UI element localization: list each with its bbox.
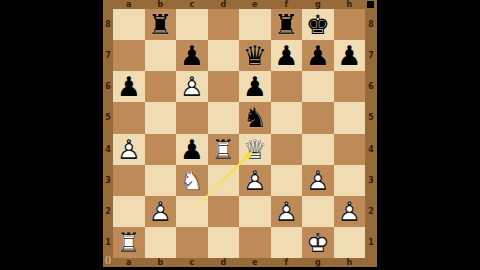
square-b7[interactable] <box>145 40 177 71</box>
file-label-g: g <box>302 258 334 267</box>
square-h3[interactable] <box>334 165 366 196</box>
rank-label-8: 8 <box>365 9 377 40</box>
rank-label-6: 6 <box>365 71 377 102</box>
square-e7[interactable]: ♛ <box>239 40 271 71</box>
file-label-c: c <box>176 258 208 267</box>
square-b6[interactable] <box>145 71 177 102</box>
square-f7[interactable]: ♟ <box>271 40 303 71</box>
square-g4[interactable] <box>302 134 334 165</box>
piece-white-rook: ♖ <box>208 134 240 165</box>
square-f4[interactable] <box>271 134 303 165</box>
rank-label-4: 4 <box>103 134 113 165</box>
piece-white-king: ♔ <box>302 227 334 258</box>
square-c8[interactable] <box>176 9 208 40</box>
rank-label-5: 5 <box>103 102 113 133</box>
square-g5[interactable] <box>302 102 334 133</box>
square-d4[interactable]: ♜♖ <box>208 134 240 165</box>
square-c2[interactable] <box>176 196 208 227</box>
square-b4[interactable] <box>145 134 177 165</box>
square-e8[interactable] <box>239 9 271 40</box>
rank-label-4: 4 <box>365 134 377 165</box>
square-d6[interactable] <box>208 71 240 102</box>
square-a7[interactable] <box>113 40 145 71</box>
file-labels-bottom: abcdefgh <box>113 258 365 267</box>
square-f6[interactable] <box>271 71 303 102</box>
file-label-b: b <box>145 0 177 9</box>
side-to-move-indicator <box>367 1 374 8</box>
square-f3[interactable] <box>271 165 303 196</box>
square-a5[interactable] <box>113 102 145 133</box>
corner-glyph: () <box>105 256 111 266</box>
file-labels-top: abcdefgh <box>113 0 365 9</box>
piece-black-pawn: ♟ <box>239 71 271 102</box>
square-f8[interactable]: ♜ <box>271 9 303 40</box>
square-g7[interactable]: ♟ <box>302 40 334 71</box>
file-label-f: f <box>271 0 303 9</box>
square-e4[interactable]: ♛♕ <box>239 134 271 165</box>
rank-label-7: 7 <box>103 40 113 71</box>
square-b1[interactable] <box>145 227 177 258</box>
piece-black-rook: ♜ <box>145 9 177 40</box>
square-b3[interactable] <box>145 165 177 196</box>
board-squares: ♜♜♚♟♛♟♟♟♟♟♙♟♞♟♙♟♜♖♛♕♞♘♟♙♟♙♟♙♟♙♟♙♜♖♚♔ <box>113 9 365 258</box>
file-label-e: e <box>239 258 271 267</box>
square-c7[interactable]: ♟ <box>176 40 208 71</box>
file-label-h: h <box>334 258 366 267</box>
square-d5[interactable] <box>208 102 240 133</box>
square-e3[interactable]: ♟♙ <box>239 165 271 196</box>
square-a8[interactable] <box>113 9 145 40</box>
file-label-d: d <box>208 0 240 9</box>
square-a2[interactable] <box>113 196 145 227</box>
square-c1[interactable] <box>176 227 208 258</box>
piece-white-rook: ♖ <box>113 227 145 258</box>
file-label-d: d <box>208 258 240 267</box>
piece-black-pawn: ♟ <box>302 40 334 71</box>
rank-label-2: 2 <box>365 196 377 227</box>
square-b2[interactable]: ♟♙ <box>145 196 177 227</box>
piece-white-pawn: ♙ <box>334 196 366 227</box>
piece-white-pawn: ♙ <box>176 71 208 102</box>
square-h7[interactable]: ♟ <box>334 40 366 71</box>
rank-label-1: 1 <box>103 227 113 258</box>
chess-board: abcdefgh abcdefgh 87654321 87654321 ♜♜♚♟… <box>103 0 377 267</box>
rank-label-5: 5 <box>365 102 377 133</box>
square-d8[interactable] <box>208 9 240 40</box>
square-c6[interactable]: ♟♙ <box>176 71 208 102</box>
square-e6[interactable]: ♟ <box>239 71 271 102</box>
rank-labels-right: 87654321 <box>365 9 377 258</box>
rank-label-3: 3 <box>103 165 113 196</box>
piece-black-pawn: ♟ <box>176 40 208 71</box>
square-d7[interactable] <box>208 40 240 71</box>
rank-label-1: 1 <box>365 227 377 258</box>
piece-black-rook: ♜ <box>271 9 303 40</box>
file-label-c: c <box>176 0 208 9</box>
square-h5[interactable] <box>334 102 366 133</box>
square-h4[interactable] <box>334 134 366 165</box>
square-g2[interactable] <box>302 196 334 227</box>
square-h2[interactable]: ♟♙ <box>334 196 366 227</box>
square-h6[interactable] <box>334 71 366 102</box>
square-f2[interactable]: ♟♙ <box>271 196 303 227</box>
square-c3[interactable]: ♞♘ <box>176 165 208 196</box>
rank-label-2: 2 <box>103 196 113 227</box>
rank-label-7: 7 <box>365 40 377 71</box>
rank-label-3: 3 <box>365 165 377 196</box>
piece-black-pawn: ♟ <box>271 40 303 71</box>
square-g8[interactable]: ♚ <box>302 9 334 40</box>
piece-black-king: ♚ <box>302 9 334 40</box>
square-h1[interactable] <box>334 227 366 258</box>
square-e1[interactable] <box>239 227 271 258</box>
square-c4[interactable]: ♟ <box>176 134 208 165</box>
piece-black-queen: ♛ <box>239 40 271 71</box>
square-g3[interactable]: ♟♙ <box>302 165 334 196</box>
rank-labels-left: 87654321 <box>103 9 113 258</box>
piece-black-pawn: ♟ <box>176 134 208 165</box>
piece-white-queen: ♕ <box>239 134 271 165</box>
square-a3[interactable] <box>113 165 145 196</box>
square-h8[interactable] <box>334 9 366 40</box>
piece-black-pawn: ♟ <box>113 71 145 102</box>
square-a1[interactable]: ♜♖ <box>113 227 145 258</box>
piece-white-knight: ♘ <box>176 165 208 196</box>
square-g6[interactable] <box>302 71 334 102</box>
file-label-a: a <box>113 258 145 267</box>
file-label-f: f <box>271 258 303 267</box>
file-label-a: a <box>113 0 145 9</box>
file-label-h: h <box>334 0 366 9</box>
square-c5[interactable] <box>176 102 208 133</box>
file-label-g: g <box>302 0 334 9</box>
square-g1[interactable]: ♚♔ <box>302 227 334 258</box>
piece-white-pawn: ♙ <box>302 165 334 196</box>
square-f5[interactable] <box>271 102 303 133</box>
square-e2[interactable] <box>239 196 271 227</box>
square-a4[interactable]: ♟♙ <box>113 134 145 165</box>
rank-label-8: 8 <box>103 9 113 40</box>
piece-black-knight: ♞ <box>239 102 271 133</box>
piece-white-pawn: ♙ <box>113 134 145 165</box>
file-label-e: e <box>239 0 271 9</box>
square-f1[interactable] <box>271 227 303 258</box>
rank-label-6: 6 <box>103 71 113 102</box>
square-a6[interactable]: ♟ <box>113 71 145 102</box>
square-d3[interactable] <box>208 165 240 196</box>
piece-black-pawn: ♟ <box>334 40 366 71</box>
square-e5[interactable]: ♞ <box>239 102 271 133</box>
piece-white-pawn: ♙ <box>271 196 303 227</box>
piece-white-pawn: ♙ <box>145 196 177 227</box>
square-d1[interactable] <box>208 227 240 258</box>
piece-white-pawn: ♙ <box>239 165 271 196</box>
square-b5[interactable] <box>145 102 177 133</box>
square-d2[interactable] <box>208 196 240 227</box>
file-label-b: b <box>145 258 177 267</box>
square-b8[interactable]: ♜ <box>145 9 177 40</box>
